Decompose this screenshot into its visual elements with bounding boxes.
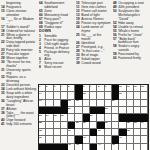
clue-list-a: beginning14Fragrance15Class reunion atte…	[1, 1, 37, 126]
cell-number: 8	[98, 85, 99, 87]
grid-cell-white: 32	[127, 122, 134, 129]
cell-number: 12	[134, 85, 137, 87]
cell-number: 3	[54, 85, 55, 87]
clue-column-2: 64Southwestern tableland65Zone66Monaster…	[39, 1, 74, 83]
grid-cell-white	[46, 129, 53, 136]
grid-cell-white: 15	[83, 92, 90, 99]
grid-cell-white: 8	[97, 85, 104, 92]
cell-number: 44	[98, 143, 101, 145]
cell-number: 24	[46, 114, 49, 116]
cell-number: 37	[98, 129, 101, 131]
grid-cell-white	[105, 129, 112, 136]
grid-cell-white: 7	[90, 85, 97, 92]
grid-cell-white	[83, 100, 90, 107]
clue-item: 64Southwestern tableland	[39, 1, 74, 8]
clue-item: 58Snake's angry sounds	[113, 44, 149, 51]
cell-number: 41	[119, 136, 122, 138]
grid-cell-white	[141, 136, 148, 143]
clue-text: Southwestern tableland	[44, 1, 74, 8]
cell-number: 32	[127, 121, 130, 123]
grid-cell-white: 25	[54, 114, 61, 121]
cell-number: 7	[90, 85, 91, 87]
grid-cell-white	[90, 136, 97, 143]
clue-text: "Laughing" African beast	[6, 99, 37, 106]
grid-cell-white: 17	[39, 100, 46, 107]
cell-number: 38	[127, 129, 130, 131]
grid-cell-white: 21	[68, 107, 75, 114]
clue-item: 41Indy 500 entrants	[1, 122, 37, 126]
clue-text: "Baby back" barbecue fare	[118, 36, 149, 43]
cell-number: 19	[76, 99, 79, 101]
cell-number: 25	[54, 114, 57, 116]
grid-cell-white	[134, 107, 141, 114]
grid-cell-white	[127, 136, 134, 143]
grid-cell-white	[75, 107, 82, 114]
grid-cell-black	[90, 144, 97, 150]
grid-cell-white: 37	[97, 129, 104, 136]
grid-cell-white	[46, 100, 53, 107]
grid-cell-white	[105, 100, 112, 107]
cell-number: 21	[68, 107, 71, 109]
grid-cell-white	[54, 129, 61, 136]
grid-cell-black	[97, 107, 104, 114]
cell-number: 35	[39, 129, 42, 131]
cell-number: 4	[61, 85, 62, 87]
cell-number: 16	[119, 92, 122, 94]
grid-cell-white: 20	[112, 100, 119, 107]
clue-item: 8Most recent	[39, 65, 74, 69]
grid-cell-white	[46, 92, 53, 99]
grid-cell-white	[46, 136, 53, 143]
clue-text: "No more for me, thanks"	[6, 60, 37, 67]
grid-cell-black	[54, 144, 61, 150]
clue-list-c: 10Telescope part11Gets into clothes12Pho…	[76, 1, 111, 64]
cell-number: 42	[68, 143, 71, 145]
clue-item: 16"___ Sir or Madam ..."	[1, 17, 37, 24]
clue-item: 36"Laughing" African beast	[1, 99, 37, 106]
grid-cell-white	[90, 100, 97, 107]
cell-number: 43	[76, 143, 79, 145]
cell-number: 18	[68, 99, 71, 101]
cell-number: 1	[39, 85, 40, 87]
cell-number: 39	[39, 136, 42, 138]
clue-text: Most recent	[44, 65, 74, 69]
grid-cell-white: 12	[134, 85, 141, 92]
grid-cell-white	[90, 92, 97, 99]
cell-number: 11	[127, 85, 130, 87]
clue-text: Crowd sound	[81, 60, 111, 64]
grid-cell-white: 9	[105, 85, 112, 92]
grid-cell-white	[54, 100, 61, 107]
grid-cell-white	[97, 114, 104, 121]
grid-cell-white	[134, 136, 141, 143]
grid-cell-black	[90, 129, 97, 136]
grid-cell-white	[127, 144, 134, 150]
clue-text: When a plane is due, briefly	[6, 32, 37, 39]
grid-cell-white	[141, 107, 148, 114]
grid-cell-white	[54, 92, 61, 99]
cell-number: 34	[141, 121, 144, 123]
grid-cell-white	[83, 144, 90, 150]
grid-cell-white	[119, 107, 126, 114]
grid-cell-white: 36	[68, 129, 75, 136]
grid-cell-white: 45	[112, 144, 119, 150]
clue-item: 50Sculptures like Michelangelo's "David"	[113, 9, 149, 20]
clue-item: 21When a plane is due, briefly	[1, 32, 37, 39]
down-clue-column-3: 10Telescope part11Gets into clothes12Pho…	[76, 1, 111, 83]
grid-cell-white: 2	[46, 85, 53, 92]
cell-number: 6	[83, 85, 84, 87]
clue-item: 57"Baby back" barbecue fare	[113, 36, 149, 43]
clue-item: 5Package delivery org.	[39, 49, 74, 56]
grid-cell-white: 38	[127, 129, 134, 136]
cell-number: 26	[61, 114, 64, 116]
clue-item: 22Dairy-topped potato side dish	[1, 40, 37, 47]
cell-number: 9	[105, 85, 106, 87]
cell-number: 10	[119, 85, 122, 87]
grid-cell-white	[90, 122, 97, 129]
grid-cell-white	[97, 100, 104, 107]
grid-cell-white	[105, 144, 112, 150]
grid-cell-white	[134, 129, 141, 136]
grid-cell-white: 29	[75, 122, 82, 129]
grid-cell-white: 40	[83, 136, 90, 143]
grid-cell-white	[112, 114, 119, 121]
clue-item: 24Lamb owner of rhyme	[76, 25, 111, 32]
clue-item: 32Repairs, as a driveway	[1, 75, 37, 82]
grid-cell-white: 18	[68, 100, 75, 107]
clue-list-d: 48Occupying a seat4944th president50Scul…	[113, 1, 149, 60]
cell-number: 2	[46, 85, 47, 87]
clue-text: Lamb owner of rhyme	[81, 25, 111, 32]
clue-item: 39Crowd sound	[76, 60, 111, 64]
cell-number: 20	[112, 99, 115, 101]
grid-cell-white: 33	[134, 122, 141, 129]
clue-text: Package delivery org.	[44, 49, 74, 56]
across-clue-column-1: beginning14Fragrance15Class reunion atte…	[1, 1, 37, 149]
grid-cell-white: 3	[54, 85, 61, 92]
cell-number: 40	[83, 136, 86, 138]
grid-cell-white: 26	[61, 114, 68, 121]
clue-text: Snake's angry sounds	[118, 44, 149, 51]
grid-cell-white: 19	[75, 100, 82, 107]
grid-cell-white	[119, 144, 126, 150]
grid-cell-black	[46, 144, 53, 150]
clue-list-b-across: 64Southwestern tableland65Zone66Monaster…	[39, 1, 74, 28]
grid-cell-white	[97, 92, 104, 99]
grid-cell-white	[141, 129, 148, 136]
cell-number: 5	[68, 85, 69, 87]
clue-list-b-down: 1Sensible2Pace for jogging3Chili night s…	[39, 33, 74, 68]
grid-cell-white	[54, 136, 61, 143]
grid-cell-white	[112, 122, 119, 129]
clue-text: Fastened firmly	[118, 56, 149, 60]
cell-number: 14	[39, 92, 42, 94]
grid-cell-white	[105, 92, 112, 99]
grid-cell-white: 31	[105, 122, 112, 129]
clue-item: 31University sports org.	[1, 68, 37, 75]
grid-cell-white	[68, 114, 75, 121]
grid-cell-white	[141, 144, 148, 150]
grid-cell-black	[75, 85, 82, 92]
grid-cell-black	[39, 144, 46, 150]
grid-cell-white: 42	[68, 144, 75, 150]
clue-item: 30"No more for me, thanks"	[1, 60, 37, 67]
clue-text: Class reunion attendee	[6, 9, 37, 16]
grid-cell-white: 13	[141, 85, 148, 92]
grid-cell-black	[119, 114, 126, 121]
grid-cell-white	[141, 100, 148, 107]
clue-text: Take ___ the waist (alter)	[6, 110, 37, 117]
grid-cell-white	[134, 92, 141, 99]
cell-number: 27	[90, 114, 93, 116]
cell-number: 17	[39, 99, 42, 101]
grid-cell-white	[105, 136, 112, 143]
down-clue-column-4: 48Occupying a seat4944th president50Scul…	[113, 1, 149, 83]
clue-item: 60Fastened firmly	[113, 56, 149, 60]
grid-cell-white	[83, 107, 90, 114]
grid-cell-black	[68, 122, 75, 129]
cell-number: 31	[105, 121, 108, 123]
cell-number: 15	[83, 92, 86, 94]
crossword-grid: 1234567891011121314151617181920212223242…	[38, 84, 149, 150]
clue-text: Go ___ at the mouth	[81, 33, 111, 40]
cell-number: 22	[105, 107, 108, 109]
clue-item: 38Take ___ the waist (alter)	[1, 110, 37, 117]
clue-text: University sports org.	[6, 68, 37, 75]
grid-cell-white	[75, 129, 82, 136]
cell-number: 33	[134, 121, 137, 123]
grid-cell-white: 43	[75, 144, 82, 150]
grid-cell-white: 27	[90, 114, 97, 121]
cell-number: 29	[76, 121, 79, 123]
grid-cell-white	[46, 122, 53, 129]
grid-cell-white	[134, 100, 141, 107]
grid-cell-white	[119, 122, 126, 129]
clue-list-b: 64Southwestern tableland65Zone66Monaster…	[39, 1, 74, 69]
grid-cell-white: 16	[119, 92, 126, 99]
clue-text: Indy 500 entrants	[6, 122, 37, 126]
clue-text: Dairy-topped potato side dish	[6, 40, 37, 47]
down-section-header: DOWN	[39, 29, 74, 33]
grid-cell-white	[141, 92, 148, 99]
grid-cell-white: 44	[97, 144, 104, 150]
clue-item: 15Class reunion attendee	[1, 9, 37, 16]
grid-cell-white: 34	[141, 122, 148, 129]
grid-cell-white	[112, 107, 119, 114]
grid-cell-white	[119, 100, 126, 107]
cell-number: 30	[83, 121, 86, 123]
grid-cell-white: 24	[46, 114, 53, 121]
cell-number: 23	[39, 114, 42, 116]
grid-cell-white	[127, 100, 134, 107]
cell-number: 45	[112, 143, 115, 145]
grid-cell-white	[61, 122, 68, 129]
clue-item: 35Soup with a white dairy ingredient	[1, 91, 37, 98]
grid-cell-white: 5	[68, 85, 75, 92]
cell-number: 36	[68, 129, 71, 131]
grid-cell-black	[97, 122, 104, 129]
grid-cell-white: 41	[119, 136, 126, 143]
grid-cell-white	[127, 107, 134, 114]
grid-cell-white: 30	[83, 122, 90, 129]
clue-text: Sculptures like Michelangelo's "David"	[118, 9, 149, 20]
grid-cell-white	[134, 144, 141, 150]
clue-text: "___ Sir or Madam ..."	[6, 17, 37, 24]
newspaper-crossword-page: beginning14Fragrance15Class reunion atte…	[0, 0, 150, 150]
clue-text: Repairs, as a driveway	[6, 75, 37, 82]
grid-cell-white: 22	[105, 107, 112, 114]
grid-cell-white: 28	[39, 122, 46, 129]
cell-number: 28	[39, 121, 42, 123]
cell-number: 13	[141, 85, 144, 87]
grid-cell-white	[127, 92, 134, 99]
grid-cell-white	[54, 122, 61, 129]
clue-text: Soup with a white dairy ingredient	[6, 91, 37, 98]
grid-cell-white: 39	[39, 136, 46, 143]
grid-cell-white: 11	[127, 85, 134, 92]
clue-item: 25Go ___ at the mouth	[76, 33, 111, 40]
